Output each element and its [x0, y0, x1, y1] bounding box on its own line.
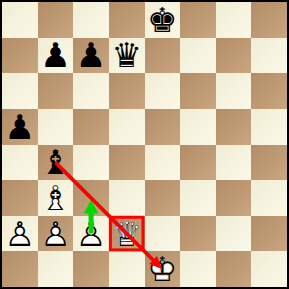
square-a8[interactable]: [2, 2, 38, 38]
square-d2[interactable]: ♛♕: [109, 216, 145, 252]
square-b7[interactable]: ♟: [38, 38, 74, 74]
square-c6[interactable]: [73, 73, 109, 109]
square-a2[interactable]: ♟♙: [2, 216, 38, 252]
square-h8[interactable]: [251, 2, 287, 38]
square-b6[interactable]: [38, 73, 74, 109]
square-b4[interactable]: ♝: [38, 145, 74, 181]
square-f5[interactable]: [180, 109, 216, 145]
square-f8[interactable]: [180, 2, 216, 38]
square-d3[interactable]: [109, 180, 145, 216]
square-a6[interactable]: [2, 73, 38, 109]
square-b5[interactable]: [38, 109, 74, 145]
square-g8[interactable]: [216, 2, 252, 38]
square-f6[interactable]: [180, 73, 216, 109]
square-e4[interactable]: [145, 145, 181, 181]
square-a4[interactable]: [2, 145, 38, 181]
square-f1[interactable]: [180, 251, 216, 287]
square-d1[interactable]: [109, 251, 145, 287]
square-b2[interactable]: ♟♙: [38, 216, 74, 252]
piece-outline: ♔: [145, 251, 181, 287]
square-b3[interactable]: ♝♗: [38, 180, 74, 216]
square-a3[interactable]: [2, 180, 38, 216]
piece-black-pawn[interactable]: ♟: [2, 109, 38, 145]
piece-outline: ♙: [2, 216, 38, 252]
square-c2[interactable]: ♟♙: [73, 216, 109, 252]
square-b1[interactable]: [38, 251, 74, 287]
piece-white-bishop[interactable]: ♝♗: [38, 180, 74, 216]
piece-outline: ♙: [38, 216, 74, 252]
square-e5[interactable]: [145, 109, 181, 145]
piece-black-queen[interactable]: ♛: [109, 38, 145, 74]
square-g3[interactable]: [216, 180, 252, 216]
chess-board: ♚♟♟♛♟♝♝♗♟♙♟♙♟♙♛♕♚♔: [0, 0, 289, 289]
square-c3[interactable]: [73, 180, 109, 216]
piece-white-pawn[interactable]: ♟♙: [73, 216, 109, 252]
square-h1[interactable]: [251, 251, 287, 287]
square-e3[interactable]: [145, 180, 181, 216]
square-a5[interactable]: ♟: [2, 109, 38, 145]
piece-outline: ♗: [38, 180, 74, 216]
square-e8[interactable]: ♚: [145, 2, 181, 38]
piece-black-pawn[interactable]: ♟: [38, 38, 74, 74]
square-g7[interactable]: [216, 38, 252, 74]
piece-white-pawn[interactable]: ♟♙: [2, 216, 38, 252]
square-h6[interactable]: [251, 73, 287, 109]
square-e2[interactable]: [145, 216, 181, 252]
square-f3[interactable]: [180, 180, 216, 216]
piece-outline: ♙: [73, 216, 109, 252]
square-g4[interactable]: [216, 145, 252, 181]
square-d8[interactable]: [109, 2, 145, 38]
square-h7[interactable]: [251, 38, 287, 74]
square-c5[interactable]: [73, 109, 109, 145]
square-h3[interactable]: [251, 180, 287, 216]
piece-black-bishop[interactable]: ♝: [38, 145, 74, 181]
square-a1[interactable]: [2, 251, 38, 287]
piece-white-king[interactable]: ♚♔: [145, 251, 181, 287]
piece-white-pawn[interactable]: ♟♙: [38, 216, 74, 252]
piece-black-king[interactable]: ♚: [145, 2, 181, 38]
square-d6[interactable]: [109, 73, 145, 109]
square-c7[interactable]: ♟: [73, 38, 109, 74]
square-d7[interactable]: ♛: [109, 38, 145, 74]
square-f4[interactable]: [180, 145, 216, 181]
square-g1[interactable]: [216, 251, 252, 287]
square-f7[interactable]: [180, 38, 216, 74]
square-g5[interactable]: [216, 109, 252, 145]
square-h2[interactable]: [251, 216, 287, 252]
piece-black-pawn[interactable]: ♟: [73, 38, 109, 74]
square-b8[interactable]: [38, 2, 74, 38]
square-a7[interactable]: [2, 38, 38, 74]
square-e7[interactable]: [145, 38, 181, 74]
square-c1[interactable]: [73, 251, 109, 287]
square-g2[interactable]: [216, 216, 252, 252]
square-h5[interactable]: [251, 109, 287, 145]
piece-white-queen[interactable]: ♛♕: [109, 216, 145, 252]
square-d4[interactable]: [109, 145, 145, 181]
square-e1[interactable]: ♚♔: [145, 251, 181, 287]
piece-outline: ♕: [109, 216, 145, 252]
square-g6[interactable]: [216, 73, 252, 109]
square-e6[interactable]: [145, 73, 181, 109]
square-h4[interactable]: [251, 145, 287, 181]
square-c4[interactable]: [73, 145, 109, 181]
square-d5[interactable]: [109, 109, 145, 145]
square-f2[interactable]: [180, 216, 216, 252]
square-c8[interactable]: [73, 2, 109, 38]
